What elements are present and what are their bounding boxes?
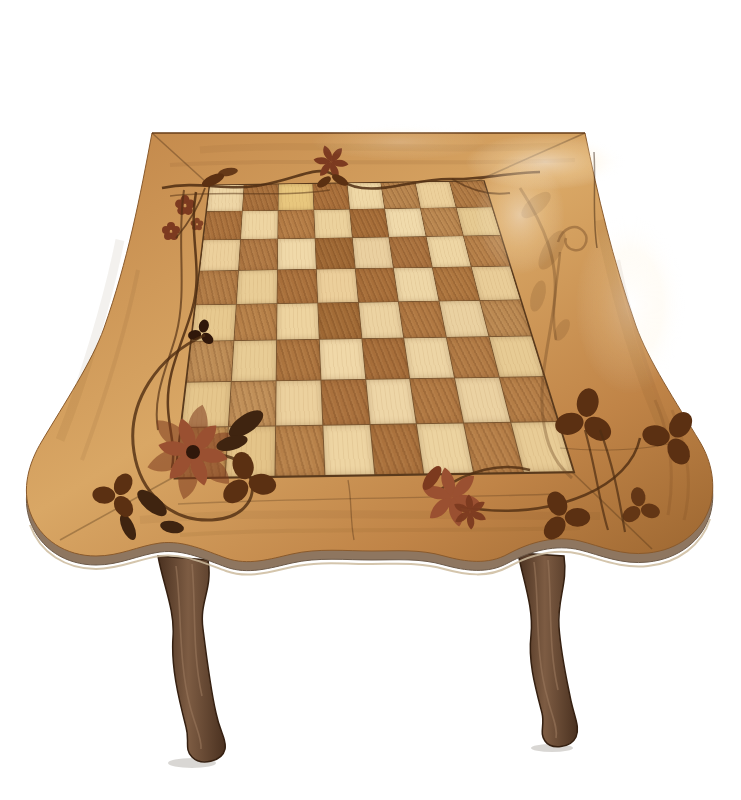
square-b3	[232, 341, 276, 382]
square-e6	[352, 237, 393, 268]
square-c4	[277, 303, 319, 340]
square-e1	[370, 424, 423, 474]
square-e5	[355, 268, 398, 302]
square-c6	[278, 238, 316, 269]
square-e3	[362, 339, 410, 380]
square-a3	[187, 341, 233, 382]
square-h6	[464, 235, 510, 266]
square-c1	[275, 426, 324, 476]
photo-canvas	[0, 0, 741, 800]
square-d5	[316, 269, 357, 303]
square-f6	[389, 237, 431, 268]
square-d4	[318, 302, 361, 339]
square-f8	[381, 182, 420, 208]
square-a2	[182, 382, 231, 427]
square-c7	[278, 210, 314, 238]
square-a8	[207, 185, 244, 211]
square-a1	[176, 427, 228, 477]
square-c3	[276, 340, 320, 381]
table-leg-right	[518, 553, 577, 747]
square-d8	[313, 183, 349, 209]
square-d7	[314, 209, 352, 237]
square-e7	[350, 209, 389, 237]
square-f7	[385, 208, 426, 236]
square-a5	[196, 271, 238, 305]
square-g8	[416, 182, 456, 208]
square-d1	[323, 425, 374, 475]
square-e2	[366, 379, 416, 424]
square-a6	[200, 240, 240, 271]
square-d2	[321, 380, 369, 425]
square-f4	[399, 301, 446, 338]
square-b4	[234, 304, 276, 341]
square-d6	[315, 238, 354, 269]
square-h8	[450, 181, 491, 207]
square-a4	[192, 304, 236, 341]
square-b7	[241, 211, 278, 239]
square-b5	[237, 270, 277, 304]
square-f3	[405, 338, 455, 378]
table-leg-left	[158, 556, 225, 762]
square-e8	[347, 183, 384, 209]
square-d3	[319, 339, 364, 380]
square-f2	[411, 379, 464, 424]
square-c2	[276, 381, 322, 426]
square-a7	[204, 211, 242, 239]
square-f1	[417, 424, 473, 474]
square-b8	[243, 184, 278, 210]
square-h4	[480, 300, 531, 337]
square-c8	[278, 184, 313, 210]
square-b2	[229, 381, 276, 426]
square-b6	[239, 239, 277, 270]
square-g7	[421, 208, 463, 236]
square-b1	[225, 427, 274, 477]
square-h5	[472, 266, 520, 299]
square-h7	[457, 207, 500, 235]
square-f5	[394, 267, 439, 301]
square-e4	[358, 302, 403, 339]
square-c5	[277, 269, 317, 303]
